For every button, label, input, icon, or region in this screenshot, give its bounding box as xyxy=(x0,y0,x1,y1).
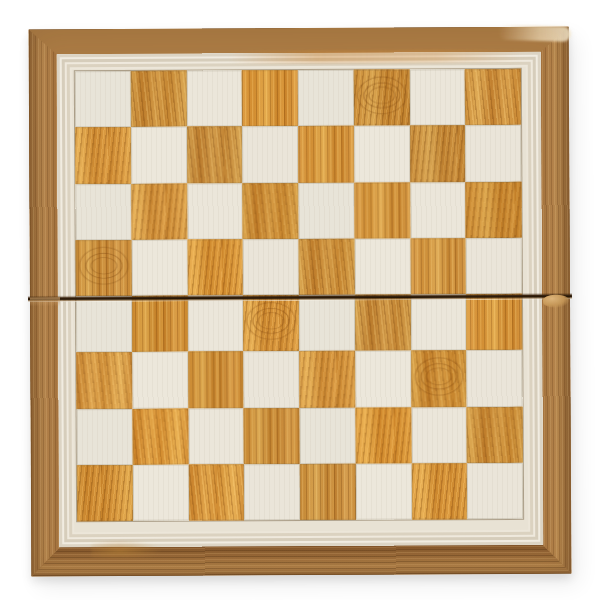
square-d3[interactable] xyxy=(244,351,300,408)
square-a3[interactable] xyxy=(76,352,132,409)
square-e7[interactable] xyxy=(298,126,354,183)
square-d1[interactable] xyxy=(244,464,300,521)
square-a5[interactable] xyxy=(76,240,132,297)
stain-bottom-left-molding xyxy=(91,540,161,558)
square-c3[interactable] xyxy=(188,352,244,409)
square-a1[interactable] xyxy=(77,465,133,522)
square-e8[interactable] xyxy=(298,70,354,127)
worn-chip-left-seam xyxy=(30,297,60,306)
square-e2[interactable] xyxy=(300,407,356,464)
square-h1[interactable] xyxy=(467,463,523,520)
square-f5[interactable] xyxy=(354,238,410,295)
square-b5[interactable] xyxy=(131,239,187,296)
square-b8[interactable] xyxy=(131,71,187,128)
square-f7[interactable] xyxy=(354,126,410,183)
square-e6[interactable] xyxy=(298,182,354,239)
square-a7[interactable] xyxy=(75,127,131,184)
square-c5[interactable] xyxy=(187,239,243,296)
square-g5[interactable] xyxy=(410,238,466,295)
worn-smudge-top-molding xyxy=(229,50,524,64)
photo-background xyxy=(0,0,600,600)
square-a2[interactable] xyxy=(77,408,133,465)
square-e4[interactable] xyxy=(299,295,355,352)
square-h4[interactable] xyxy=(466,294,522,351)
chessboard xyxy=(29,27,572,577)
square-h6[interactable] xyxy=(466,181,522,238)
square-d7[interactable] xyxy=(242,126,298,183)
square-a6[interactable] xyxy=(75,183,131,240)
square-f8[interactable] xyxy=(354,69,410,126)
square-g6[interactable] xyxy=(410,182,466,239)
square-h7[interactable] xyxy=(465,125,521,182)
square-b2[interactable] xyxy=(132,408,188,465)
square-g7[interactable] xyxy=(410,125,466,182)
square-h8[interactable] xyxy=(465,69,521,126)
square-h3[interactable] xyxy=(467,350,523,407)
square-c4[interactable] xyxy=(187,295,243,352)
square-f3[interactable] xyxy=(355,351,411,408)
worn-chip-right-seam xyxy=(543,295,569,308)
square-g2[interactable] xyxy=(411,407,467,464)
square-b6[interactable] xyxy=(131,183,187,240)
square-b3[interactable] xyxy=(132,352,188,409)
square-c7[interactable] xyxy=(187,127,243,184)
square-e5[interactable] xyxy=(299,238,355,295)
square-h2[interactable] xyxy=(467,406,523,463)
square-d6[interactable] xyxy=(243,183,299,240)
square-e1[interactable] xyxy=(300,463,356,520)
square-a8[interactable] xyxy=(75,71,131,128)
square-e3[interactable] xyxy=(299,351,355,408)
square-a4[interactable] xyxy=(76,296,132,353)
square-b1[interactable] xyxy=(133,464,189,521)
square-h5[interactable] xyxy=(466,238,522,295)
square-b4[interactable] xyxy=(132,296,188,353)
square-c1[interactable] xyxy=(188,464,244,521)
square-f2[interactable] xyxy=(355,407,411,464)
square-c8[interactable] xyxy=(186,70,242,127)
square-g4[interactable] xyxy=(410,294,466,351)
worn-patch-top-right xyxy=(498,25,570,42)
square-c6[interactable] xyxy=(187,183,243,240)
square-f6[interactable] xyxy=(354,182,410,239)
square-b7[interactable] xyxy=(131,127,187,184)
square-g1[interactable] xyxy=(411,463,467,520)
square-d5[interactable] xyxy=(243,239,299,296)
square-d4[interactable] xyxy=(243,295,299,352)
square-g3[interactable] xyxy=(411,350,467,407)
square-c2[interactable] xyxy=(188,408,244,465)
square-f1[interactable] xyxy=(356,463,412,520)
square-d2[interactable] xyxy=(244,408,300,465)
square-g8[interactable] xyxy=(409,69,465,126)
square-f4[interactable] xyxy=(355,294,411,351)
square-d8[interactable] xyxy=(242,70,298,127)
